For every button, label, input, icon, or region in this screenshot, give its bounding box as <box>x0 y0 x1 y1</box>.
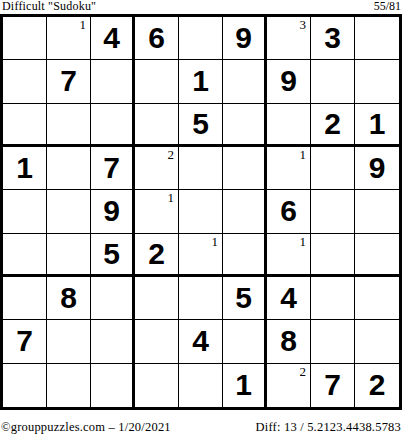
cell-r3c7[interactable] <box>267 104 311 147</box>
cell-r8c2[interactable] <box>47 320 91 363</box>
given-digit: 1 <box>223 364 264 407</box>
given-digit: 7 <box>47 60 90 102</box>
cell-r1c7[interactable]: 3 <box>267 17 311 60</box>
cell-r3c6[interactable] <box>223 104 267 147</box>
difficulty-text: Diff: 13 / 5.2123.4438.5783 <box>256 420 402 435</box>
cell-r2c2[interactable]: 7 <box>47 60 91 103</box>
cell-r7c7[interactable]: 4 <box>267 277 311 320</box>
cell-r9c1[interactable] <box>3 364 47 407</box>
cell-r7c8[interactable] <box>311 277 355 320</box>
cell-r6c7[interactable]: 1 <box>267 234 311 277</box>
cell-r5c8[interactable] <box>311 190 355 233</box>
cell-r6c1[interactable] <box>3 234 47 277</box>
cell-r4c8[interactable] <box>311 147 355 190</box>
cell-r5c4[interactable]: 1 <box>135 190 179 233</box>
given-digit: 1 <box>3 147 46 189</box>
cell-r8c6[interactable] <box>223 320 267 363</box>
cell-r9c3[interactable] <box>91 364 135 407</box>
cell-r1c2[interactable]: 1 <box>47 17 91 60</box>
page-footer: ©grouppuzzles.com – 1/20/2021 Diff: 13 /… <box>0 420 402 435</box>
given-digit: 7 <box>91 147 132 189</box>
given-digit: 9 <box>223 17 264 59</box>
cell-r7c1[interactable] <box>3 277 47 320</box>
cell-r4c4[interactable]: 2 <box>135 147 179 190</box>
cell-r4c2[interactable] <box>47 147 91 190</box>
cell-r3c4[interactable] <box>135 104 179 147</box>
page-header: Difficult "Sudoku" 55/81 <box>0 0 402 14</box>
cell-r9c8[interactable]: 7 <box>311 364 355 407</box>
cell-r2c5[interactable]: 1 <box>179 60 223 103</box>
cell-r6c6[interactable] <box>223 234 267 277</box>
cell-r7c9[interactable] <box>355 277 399 320</box>
cell-r7c5[interactable] <box>179 277 223 320</box>
given-digit: 2 <box>135 234 178 274</box>
cell-r7c2[interactable]: 8 <box>47 277 91 320</box>
cell-r4c3[interactable]: 7 <box>91 147 135 190</box>
cell-r9c5[interactable] <box>179 364 223 407</box>
cell-r9c2[interactable] <box>47 364 91 407</box>
cell-r1c5[interactable] <box>179 17 223 60</box>
cell-r1c6[interactable]: 9 <box>223 17 267 60</box>
cell-r8c8[interactable] <box>311 320 355 363</box>
pencil-mark: 1 <box>300 147 307 162</box>
cell-r5c6[interactable] <box>223 190 267 233</box>
cell-r5c9[interactable] <box>355 190 399 233</box>
given-digit: 2 <box>355 364 399 407</box>
cell-r3c1[interactable] <box>3 104 47 147</box>
given-digit: 9 <box>267 60 310 102</box>
given-digit: 7 <box>3 320 46 362</box>
cell-r2c4[interactable] <box>135 60 179 103</box>
pencil-mark: 1 <box>212 234 219 249</box>
cell-r8c7[interactable]: 8 <box>267 320 311 363</box>
cell-r2c3[interactable] <box>91 60 135 103</box>
cell-r5c5[interactable] <box>179 190 223 233</box>
cell-r2c9[interactable] <box>355 60 399 103</box>
cell-r1c4[interactable]: 6 <box>135 17 179 60</box>
given-digit: 1 <box>179 60 222 102</box>
cell-r5c3[interactable]: 9 <box>91 190 135 233</box>
cell-r4c9[interactable]: 9 <box>355 147 399 190</box>
given-digit: 4 <box>267 277 310 319</box>
given-digit: 9 <box>355 147 399 189</box>
cell-r6c2[interactable] <box>47 234 91 277</box>
cell-r5c2[interactable] <box>47 190 91 233</box>
given-digit: 6 <box>267 190 310 232</box>
given-digit: 4 <box>91 17 132 59</box>
cell-r4c6[interactable] <box>223 147 267 190</box>
cell-r3c5[interactable]: 5 <box>179 104 223 147</box>
cell-r3c2[interactable] <box>47 104 91 147</box>
cell-r2c1[interactable] <box>3 60 47 103</box>
given-digit: 3 <box>311 17 354 59</box>
cell-r8c5[interactable]: 4 <box>179 320 223 363</box>
given-digit: 5 <box>91 234 132 274</box>
pencil-mark: 1 <box>168 190 175 205</box>
pencil-mark: 3 <box>300 17 307 32</box>
cell-r4c1[interactable]: 1 <box>3 147 47 190</box>
cell-r7c4[interactable] <box>135 277 179 320</box>
sudoku-board: 1469337195211721991652118547481272 <box>0 14 402 410</box>
pencil-mark: 1 <box>80 17 87 32</box>
cell-r6c5[interactable]: 1 <box>179 234 223 277</box>
given-digit: 5 <box>179 104 222 144</box>
pencil-mark: 1 <box>300 234 307 249</box>
cell-r3c8[interactable]: 2 <box>311 104 355 147</box>
sudoku-page: Difficult "Sudoku" 55/81 146933719521172… <box>0 0 402 437</box>
given-digit: 8 <box>267 320 310 362</box>
cell-r2c6[interactable] <box>223 60 267 103</box>
cell-r6c4[interactable]: 2 <box>135 234 179 277</box>
given-digit: 4 <box>179 320 222 362</box>
cell-r5c7[interactable]: 6 <box>267 190 311 233</box>
cell-r3c3[interactable] <box>91 104 135 147</box>
cell-r7c3[interactable] <box>91 277 135 320</box>
cell-r4c5[interactable] <box>179 147 223 190</box>
given-digit: 6 <box>135 17 178 59</box>
cell-r9c6[interactable]: 1 <box>223 364 267 407</box>
cell-r8c3[interactable] <box>91 320 135 363</box>
cell-r1c8[interactable]: 3 <box>311 17 355 60</box>
cell-r3c9[interactable]: 1 <box>355 104 399 147</box>
cell-r6c9[interactable] <box>355 234 399 277</box>
cell-r1c9[interactable] <box>355 17 399 60</box>
cell-r1c3[interactable]: 4 <box>91 17 135 60</box>
given-digit: 7 <box>311 364 354 407</box>
pencil-mark: 2 <box>300 364 307 379</box>
cell-r2c7[interactable]: 9 <box>267 60 311 103</box>
cells-remaining-counter: 55/81 <box>374 0 402 13</box>
cell-r1c1[interactable] <box>3 17 47 60</box>
cell-r5c1[interactable] <box>3 190 47 233</box>
given-digit: 2 <box>311 104 354 144</box>
cell-r6c8[interactable] <box>311 234 355 277</box>
given-digit: 1 <box>355 104 399 144</box>
cell-r9c4[interactable] <box>135 364 179 407</box>
cell-r4c7[interactable]: 1 <box>267 147 311 190</box>
pencil-mark: 2 <box>168 147 175 162</box>
cell-r8c9[interactable] <box>355 320 399 363</box>
cell-r8c1[interactable]: 7 <box>3 320 47 363</box>
given-digit: 8 <box>47 277 90 319</box>
cell-r9c7[interactable]: 2 <box>267 364 311 407</box>
copyright-text: ©grouppuzzles.com – 1/20/2021 <box>0 420 171 435</box>
cell-r7c6[interactable]: 5 <box>223 277 267 320</box>
cell-r6c3[interactable]: 5 <box>91 234 135 277</box>
cell-r8c4[interactable] <box>135 320 179 363</box>
given-digit: 9 <box>91 190 132 232</box>
puzzle-title: Difficult "Sudoku" <box>0 0 96 13</box>
cell-r9c9[interactable]: 2 <box>355 364 399 407</box>
cell-r2c8[interactable] <box>311 60 355 103</box>
given-digit: 5 <box>223 277 264 319</box>
